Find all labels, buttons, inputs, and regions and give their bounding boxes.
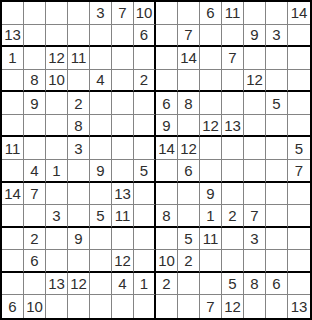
cell-r7c6-empty[interactable] [112,137,134,160]
cell-r6c9-empty[interactable] [178,115,200,138]
cell-r4c4-empty[interactable] [68,70,90,93]
cell-r3c7-empty[interactable] [134,47,156,70]
cell-r5c9-given[interactable]: 8 [178,92,200,115]
cell-r1c8-empty[interactable] [156,2,178,25]
cell-r4c3-given[interactable]: 10 [46,70,68,93]
cell-r5c4-given[interactable]: 2 [68,92,90,115]
cell-r11c9-given[interactable]: 5 [178,228,200,251]
cell-r3c1-given[interactable]: 1 [2,47,24,70]
cell-r14c10-given[interactable]: 7 [200,295,222,318]
cell-r5c6-empty[interactable] [112,92,134,115]
cell-r1c4-empty[interactable] [68,2,90,25]
cell-r9c7-empty[interactable] [134,183,156,206]
cell-r2c14-empty[interactable] [288,25,310,48]
cell-r8c4-empty[interactable] [68,160,90,183]
cell-r14c14-given[interactable]: 13 [288,295,310,318]
cell-r9c13-empty[interactable] [266,183,288,206]
cell-r3c10-empty[interactable] [200,47,222,70]
cell-r2c6-empty[interactable] [112,25,134,48]
cell-r11c14-empty[interactable] [288,228,310,251]
cell-r14c2-given[interactable]: 10 [24,295,46,318]
cell-r3c11-given[interactable]: 7 [222,47,244,70]
cell-r5c13-given[interactable]: 5 [266,92,288,115]
cell-r2c10-empty[interactable] [200,25,222,48]
cell-r6c1-empty[interactable] [2,115,24,138]
cell-r10c5-given[interactable]: 5 [90,205,112,228]
cell-r2c13-given[interactable]: 3 [266,25,288,48]
cell-r13c11-given[interactable]: 5 [222,273,244,296]
cell-r12c8-given[interactable]: 10 [156,250,178,273]
cell-r1c11-given[interactable]: 11 [222,2,244,25]
cell-r14c6-empty[interactable] [112,295,134,318]
cell-r7c3-empty[interactable] [46,137,68,160]
cell-r11c6-empty[interactable] [112,228,134,251]
cell-r11c10-given[interactable]: 11 [200,228,222,251]
cell-r1c5-given[interactable]: 3 [90,2,112,25]
cell-r9c4-empty[interactable] [68,183,90,206]
cell-r13c10-empty[interactable] [200,273,222,296]
cell-r1c2-empty[interactable] [24,2,46,25]
cell-r10c3-given[interactable]: 3 [46,205,68,228]
cell-r8c8-empty[interactable] [156,160,178,183]
cell-r6c6-empty[interactable] [112,115,134,138]
cell-r13c3-given[interactable]: 13 [46,273,68,296]
cell-r7c2-empty[interactable] [24,137,46,160]
cell-r11c8-empty[interactable] [156,228,178,251]
cell-r9c1-given[interactable]: 14 [2,183,24,206]
cell-r6c5-empty[interactable] [90,115,112,138]
cell-r3c2-empty[interactable] [24,47,46,70]
cell-r1c10-given[interactable]: 6 [200,2,222,25]
cell-r14c9-empty[interactable] [178,295,200,318]
cell-r5c7-empty[interactable] [134,92,156,115]
cell-r3c8-empty[interactable] [156,47,178,70]
cell-r5c1-empty[interactable] [2,92,24,115]
cell-r4c5-given[interactable]: 4 [90,70,112,93]
cell-r9c8-empty[interactable] [156,183,178,206]
cell-r11c2-given[interactable]: 2 [24,228,46,251]
cell-r10c10-given[interactable]: 1 [200,205,222,228]
cell-r4c8-empty[interactable] [156,70,178,93]
cell-r9c11-empty[interactable] [222,183,244,206]
cell-r11c13-empty[interactable] [266,228,288,251]
cell-r4c6-empty[interactable] [112,70,134,93]
cell-r6c14-empty[interactable] [288,115,310,138]
cell-r1c9-empty[interactable] [178,2,200,25]
cell-r4c13-empty[interactable] [266,70,288,93]
cell-r12c11-empty[interactable] [222,250,244,273]
cell-r8c3-given[interactable]: 1 [46,160,68,183]
cell-r2c5-empty[interactable] [90,25,112,48]
cell-r5c12-empty[interactable] [244,92,266,115]
cell-r10c12-given[interactable]: 7 [244,205,266,228]
cell-r1c13-empty[interactable] [266,2,288,25]
cell-r13c6-given[interactable]: 4 [112,273,134,296]
cell-r13c9-empty[interactable] [178,273,200,296]
cell-r11c11-empty[interactable] [222,228,244,251]
cell-r14c7-empty[interactable] [134,295,156,318]
cell-r10c1-empty[interactable] [2,205,24,228]
cell-r9c2-given[interactable]: 7 [24,183,46,206]
cell-r14c5-empty[interactable] [90,295,112,318]
cell-r12c9-given[interactable]: 2 [178,250,200,273]
cell-r8c2-given[interactable]: 4 [24,160,46,183]
cell-r7c12-empty[interactable] [244,137,266,160]
cell-r2c4-empty[interactable] [68,25,90,48]
cell-r14c8-empty[interactable] [156,295,178,318]
cell-r4c10-empty[interactable] [200,70,222,93]
cell-r10c4-empty[interactable] [68,205,90,228]
cell-r3c3-given[interactable]: 12 [46,47,68,70]
cell-r2c7-given[interactable]: 6 [134,25,156,48]
cell-r13c12-given[interactable]: 8 [244,273,266,296]
cell-r4c14-empty[interactable] [288,70,310,93]
cell-r11c4-given[interactable]: 9 [68,228,90,251]
cell-r5c5-empty[interactable] [90,92,112,115]
cell-r13c8-given[interactable]: 2 [156,273,178,296]
cell-r12c14-empty[interactable] [288,250,310,273]
cell-r12c12-empty[interactable] [244,250,266,273]
cell-r1c7-given[interactable]: 10 [134,2,156,25]
cell-r14c3-empty[interactable] [46,295,68,318]
cell-r6c2-empty[interactable] [24,115,46,138]
cell-r13c14-empty[interactable] [288,273,310,296]
cell-r12c6-given[interactable]: 12 [112,250,134,273]
cell-r8c6-empty[interactable] [112,160,134,183]
cell-r7c8-given[interactable]: 14 [156,137,178,160]
cell-r10c7-empty[interactable] [134,205,156,228]
cell-r12c2-given[interactable]: 6 [24,250,46,273]
cell-r10c2-empty[interactable] [24,205,46,228]
cell-r12c13-empty[interactable] [266,250,288,273]
cell-r12c10-empty[interactable] [200,250,222,273]
cell-r4c11-empty[interactable] [222,70,244,93]
cell-r4c1-empty[interactable] [2,70,24,93]
cell-r10c11-given[interactable]: 2 [222,205,244,228]
cell-r8c10-empty[interactable] [200,160,222,183]
cell-r8c12-empty[interactable] [244,160,266,183]
cell-r13c2-empty[interactable] [24,273,46,296]
cell-r12c3-empty[interactable] [46,250,68,273]
cell-r13c4-given[interactable]: 12 [68,273,90,296]
cell-r3c14-empty[interactable] [288,47,310,70]
cell-r2c8-empty[interactable] [156,25,178,48]
cell-r10c14-empty[interactable] [288,205,310,228]
cell-r12c5-empty[interactable] [90,250,112,273]
cell-r4c12-given[interactable]: 12 [244,70,266,93]
cell-r2c1-given[interactable]: 13 [2,25,24,48]
cell-r10c6-given[interactable]: 11 [112,205,134,228]
cell-r14c4-empty[interactable] [68,295,90,318]
cell-r4c2-given[interactable]: 8 [24,70,46,93]
cell-r11c1-empty[interactable] [2,228,24,251]
cell-r7c11-empty[interactable] [222,137,244,160]
cell-r3c5-empty[interactable] [90,47,112,70]
cell-r10c9-empty[interactable] [178,205,200,228]
cell-r9c9-empty[interactable] [178,183,200,206]
cell-r2c2-empty[interactable] [24,25,46,48]
cell-r7c9-given[interactable]: 12 [178,137,200,160]
cell-r8c1-empty[interactable] [2,160,24,183]
cell-r11c7-empty[interactable] [134,228,156,251]
cell-r6c7-empty[interactable] [134,115,156,138]
cell-r13c7-given[interactable]: 1 [134,273,156,296]
cell-r2c9-given[interactable]: 7 [178,25,200,48]
cell-r13c13-given[interactable]: 6 [266,273,288,296]
cell-r1c14-given[interactable]: 14 [288,2,310,25]
cell-r11c5-empty[interactable] [90,228,112,251]
cell-r10c8-given[interactable]: 8 [156,205,178,228]
cell-r7c4-given[interactable]: 3 [68,137,90,160]
cell-r13c1-empty[interactable] [2,273,24,296]
cell-r9c12-empty[interactable] [244,183,266,206]
cell-r6c10-given[interactable]: 12 [200,115,222,138]
sudoku-board: 3710611141367931121114781042129268589121… [0,0,312,320]
cell-r7c1-given[interactable]: 11 [2,137,24,160]
cell-r2c11-empty[interactable] [222,25,244,48]
cell-r8c14-given[interactable]: 7 [288,160,310,183]
cell-r3c9-given[interactable]: 14 [178,47,200,70]
cell-r6c11-given[interactable]: 13 [222,115,244,138]
cell-r5c2-given[interactable]: 9 [24,92,46,115]
cell-r13c5-empty[interactable] [90,273,112,296]
cell-r12c1-empty[interactable] [2,250,24,273]
cell-r7c13-empty[interactable] [266,137,288,160]
cell-r7c5-empty[interactable] [90,137,112,160]
cell-r9c3-empty[interactable] [46,183,68,206]
cell-r6c3-empty[interactable] [46,115,68,138]
cell-r10c13-empty[interactable] [266,205,288,228]
cell-r12c4-empty[interactable] [68,250,90,273]
cell-r6c8-given[interactable]: 9 [156,115,178,138]
cell-r9c10-given[interactable]: 9 [200,183,222,206]
cell-r5c14-empty[interactable] [288,92,310,115]
cell-r3c4-given[interactable]: 11 [68,47,90,70]
cell-r12c7-empty[interactable] [134,250,156,273]
cell-r1c1-empty[interactable] [2,2,24,25]
cell-r2c12-given[interactable]: 9 [244,25,266,48]
cell-r6c13-empty[interactable] [266,115,288,138]
cell-r4c7-given[interactable]: 2 [134,70,156,93]
cell-r11c3-empty[interactable] [46,228,68,251]
cell-r3c12-empty[interactable] [244,47,266,70]
cell-r1c12-empty[interactable] [244,2,266,25]
cell-r4c9-empty[interactable] [178,70,200,93]
cell-r14c12-empty[interactable] [244,295,266,318]
cell-r7c10-empty[interactable] [200,137,222,160]
cell-r8c9-given[interactable]: 6 [178,160,200,183]
cell-r1c3-empty[interactable] [46,2,68,25]
cell-r14c1-given[interactable]: 6 [2,295,24,318]
cell-r5c11-empty[interactable] [222,92,244,115]
cell-r5c8-given[interactable]: 6 [156,92,178,115]
cell-r5c3-empty[interactable] [46,92,68,115]
cell-r7c14-given[interactable]: 5 [288,137,310,160]
cell-r8c5-given[interactable]: 9 [90,160,112,183]
cell-r1c6-given[interactable]: 7 [112,2,134,25]
cell-r3c13-empty[interactable] [266,47,288,70]
cell-r9c5-empty[interactable] [90,183,112,206]
cell-r8c7-given[interactable]: 5 [134,160,156,183]
cell-r3c6-empty[interactable] [112,47,134,70]
cell-r14c13-empty[interactable] [266,295,288,318]
cell-r8c11-empty[interactable] [222,160,244,183]
cell-r5c10-empty[interactable] [200,92,222,115]
cell-r9c14-empty[interactable] [288,183,310,206]
cell-r2c3-empty[interactable] [46,25,68,48]
cell-r6c4-given[interactable]: 8 [68,115,90,138]
cell-r14c11-given[interactable]: 12 [222,295,244,318]
cell-r7c7-empty[interactable] [134,137,156,160]
cell-r8c13-empty[interactable] [266,160,288,183]
cell-r6c12-empty[interactable] [244,115,266,138]
cell-r11c12-given[interactable]: 3 [244,228,266,251]
cell-r9c6-given[interactable]: 13 [112,183,134,206]
